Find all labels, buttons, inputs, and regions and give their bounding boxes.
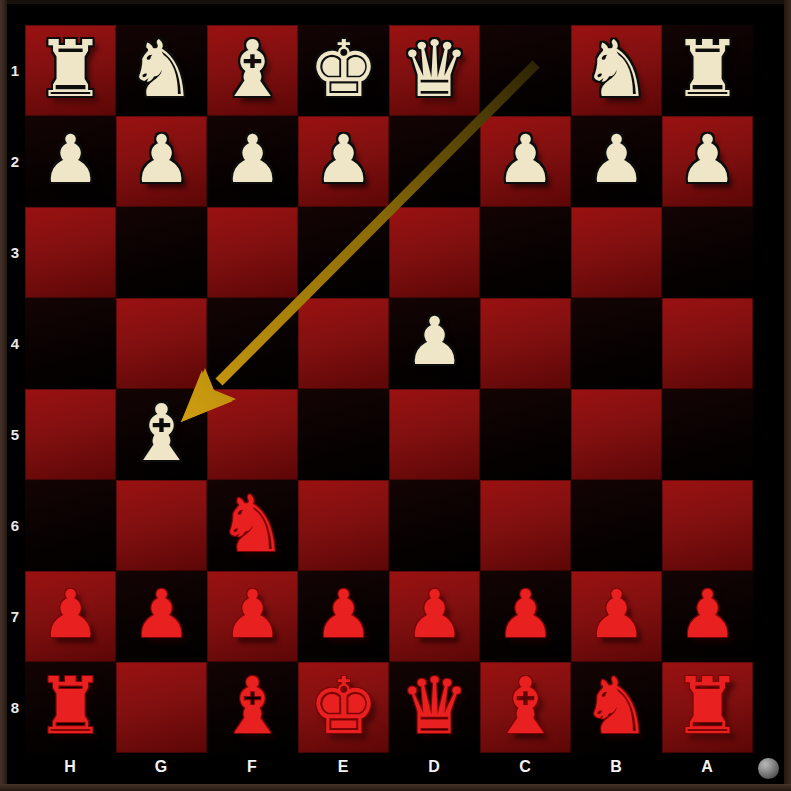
rank-label-4: 4 [6, 298, 24, 389]
rank-label-3: 3 [6, 207, 24, 298]
square-c3[interactable] [480, 207, 571, 298]
piece-red-bishop[interactable]: ♝ [491, 667, 561, 745]
file-label-a: A [662, 753, 753, 781]
square-c2[interactable]: ♟ [480, 116, 571, 207]
piece-red-knight[interactable]: ♞ [218, 485, 288, 563]
piece-white-pawn[interactable]: ♟ [496, 127, 555, 193]
piece-red-king[interactable]: ♚ [309, 667, 379, 745]
square-b4[interactable] [571, 298, 662, 389]
square-a5[interactable] [662, 389, 753, 480]
piece-white-pawn[interactable]: ♟ [223, 127, 282, 193]
rank-label-7: 7 [6, 571, 24, 662]
square-f2[interactable]: ♟ [207, 116, 298, 207]
piece-red-rook[interactable]: ♜ [673, 667, 743, 745]
piece-white-bishop[interactable]: ♝ [127, 394, 197, 472]
square-a2[interactable]: ♟ [662, 116, 753, 207]
piece-white-knight[interactable]: ♞ [582, 30, 652, 108]
square-a7[interactable]: ♟ [662, 571, 753, 662]
square-g8[interactable] [116, 662, 207, 753]
square-e7[interactable]: ♟ [298, 571, 389, 662]
file-label-g: G [116, 753, 207, 781]
square-h3[interactable] [25, 207, 116, 298]
board-frame-right [784, 0, 791, 791]
square-d8[interactable]: ♛ [389, 662, 480, 753]
square-e2[interactable]: ♟ [298, 116, 389, 207]
square-d4[interactable]: ♟ [389, 298, 480, 389]
square-f7[interactable]: ♟ [207, 571, 298, 662]
square-d1[interactable]: ♛ [389, 25, 480, 116]
piece-red-pawn[interactable]: ♟ [132, 582, 191, 648]
square-d6[interactable] [389, 480, 480, 571]
piece-white-pawn[interactable]: ♟ [41, 127, 100, 193]
square-d2[interactable] [389, 116, 480, 207]
square-e4[interactable] [298, 298, 389, 389]
square-h4[interactable] [25, 298, 116, 389]
piece-red-pawn[interactable]: ♟ [405, 582, 464, 648]
chess-board: ♜♞♝♚♛♞♜♟♟♟♟♟♟♟♟♝♞♟♟♟♟♟♟♟♟♜♝♚♛♝♞♜ [25, 25, 753, 753]
piece-red-pawn[interactable]: ♟ [496, 582, 555, 648]
square-h7[interactable]: ♟ [25, 571, 116, 662]
square-c4[interactable] [480, 298, 571, 389]
square-g4[interactable] [116, 298, 207, 389]
square-g3[interactable] [116, 207, 207, 298]
piece-red-bishop[interactable]: ♝ [218, 667, 288, 745]
square-h1[interactable]: ♜ [25, 25, 116, 116]
square-e5[interactable] [298, 389, 389, 480]
rank-label-6: 6 [6, 480, 24, 571]
piece-white-king[interactable]: ♚ [309, 30, 379, 108]
square-d3[interactable] [389, 207, 480, 298]
square-f5[interactable] [207, 389, 298, 480]
square-b1[interactable]: ♞ [571, 25, 662, 116]
piece-white-pawn[interactable]: ♟ [587, 127, 646, 193]
piece-white-pawn[interactable]: ♟ [132, 127, 191, 193]
rank-label-8: 8 [6, 662, 24, 753]
piece-white-pawn[interactable]: ♟ [314, 127, 373, 193]
square-f4[interactable] [207, 298, 298, 389]
square-b6[interactable] [571, 480, 662, 571]
piece-white-rook[interactable]: ♜ [36, 30, 106, 108]
square-h5[interactable] [25, 389, 116, 480]
chess-app-window: ♜♞♝♚♛♞♜♟♟♟♟♟♟♟♟♝♞♟♟♟♟♟♟♟♟♜♝♚♛♝♞♜ 1234567… [0, 0, 791, 791]
square-b3[interactable] [571, 207, 662, 298]
file-label-h: H [25, 753, 116, 781]
square-g1[interactable]: ♞ [116, 25, 207, 116]
piece-red-queen[interactable]: ♛ [400, 667, 470, 745]
square-g2[interactable]: ♟ [116, 116, 207, 207]
square-e1[interactable]: ♚ [298, 25, 389, 116]
piece-red-pawn[interactable]: ♟ [678, 582, 737, 648]
board-frame-bottom [0, 784, 791, 791]
square-c5[interactable] [480, 389, 571, 480]
piece-white-knight[interactable]: ♞ [127, 30, 197, 108]
square-f3[interactable] [207, 207, 298, 298]
piece-white-queen[interactable]: ♛ [400, 30, 470, 108]
square-f8[interactable]: ♝ [207, 662, 298, 753]
board-frame-top [0, 0, 791, 4]
piece-red-pawn[interactable]: ♟ [41, 582, 100, 648]
square-h2[interactable]: ♟ [25, 116, 116, 207]
square-c1[interactable] [480, 25, 571, 116]
rank-label-2: 2 [6, 116, 24, 207]
square-b2[interactable]: ♟ [571, 116, 662, 207]
square-a6[interactable] [662, 480, 753, 571]
square-g5[interactable]: ♝ [116, 389, 207, 480]
file-label-d: D [389, 753, 480, 781]
square-g6[interactable] [116, 480, 207, 571]
piece-white-pawn[interactable]: ♟ [678, 127, 737, 193]
piece-red-rook[interactable]: ♜ [36, 667, 106, 745]
square-c7[interactable]: ♟ [480, 571, 571, 662]
square-a1[interactable]: ♜ [662, 25, 753, 116]
file-label-c: C [480, 753, 571, 781]
file-label-b: B [571, 753, 662, 781]
file-label-f: F [207, 753, 298, 781]
square-c8[interactable]: ♝ [480, 662, 571, 753]
rank-label-1: 1 [6, 25, 24, 116]
square-g7[interactable]: ♟ [116, 571, 207, 662]
piece-white-bishop[interactable]: ♝ [218, 30, 288, 108]
square-f1[interactable]: ♝ [207, 25, 298, 116]
rank-label-5: 5 [6, 389, 24, 480]
square-a3[interactable] [662, 207, 753, 298]
piece-white-pawn[interactable]: ♟ [405, 309, 464, 375]
square-b8[interactable]: ♞ [571, 662, 662, 753]
square-f6[interactable]: ♞ [207, 480, 298, 571]
piece-white-rook[interactable]: ♜ [673, 30, 743, 108]
piece-red-pawn[interactable]: ♟ [587, 582, 646, 648]
square-h6[interactable] [25, 480, 116, 571]
square-e3[interactable] [298, 207, 389, 298]
piece-red-knight[interactable]: ♞ [582, 667, 652, 745]
square-a8[interactable]: ♜ [662, 662, 753, 753]
square-e6[interactable] [298, 480, 389, 571]
square-b7[interactable]: ♟ [571, 571, 662, 662]
piece-red-pawn[interactable]: ♟ [223, 582, 282, 648]
square-d5[interactable] [389, 389, 480, 480]
square-h8[interactable]: ♜ [25, 662, 116, 753]
square-b5[interactable] [571, 389, 662, 480]
square-c6[interactable] [480, 480, 571, 571]
piece-red-pawn[interactable]: ♟ [314, 582, 373, 648]
square-d7[interactable]: ♟ [389, 571, 480, 662]
square-e8[interactable]: ♚ [298, 662, 389, 753]
board-frame-left [0, 0, 7, 791]
file-label-e: E [298, 753, 389, 781]
corner-ball-decoration [758, 758, 779, 779]
square-a4[interactable] [662, 298, 753, 389]
